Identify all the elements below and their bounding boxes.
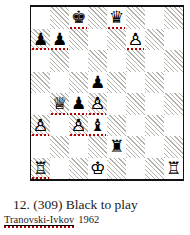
- white-queen-b4: ♕: [50, 93, 69, 115]
- square-a8: [31, 7, 50, 29]
- square-b3: [50, 115, 69, 137]
- square-g7: [145, 29, 164, 51]
- square-e3: [107, 115, 126, 137]
- black-pawn-d5: ♟: [88, 72, 107, 94]
- square-d8: [88, 7, 107, 29]
- white-pawn-f7: ♙: [126, 29, 145, 51]
- white-pawn-a3: ♙: [31, 115, 50, 137]
- white-king-d1: ♔: [88, 158, 107, 180]
- square-a2: [31, 136, 50, 158]
- black-pawn-b7: ♟: [50, 29, 69, 51]
- square-a5: [31, 72, 50, 94]
- square-d6: [88, 50, 107, 72]
- black-king-c8: ♚: [69, 7, 88, 29]
- square-d7: [88, 29, 107, 51]
- square-g5: [145, 72, 164, 94]
- square-h1: ♖: [164, 158, 183, 180]
- square-b6: [50, 50, 69, 72]
- black-pawn-c4: ♟: [69, 93, 88, 115]
- square-a3: ♙: [31, 115, 50, 137]
- square-e8: ♛: [107, 7, 126, 29]
- square-c4: ♟: [69, 93, 88, 115]
- square-c3: ♙: [69, 115, 88, 137]
- square-h7: [164, 29, 183, 51]
- square-h6: [164, 50, 183, 72]
- square-g1: [145, 158, 164, 180]
- square-d2: [88, 136, 107, 158]
- red-squiggle-a1: [32, 177, 49, 179]
- square-g3: [145, 115, 164, 137]
- square-f5: [126, 72, 145, 94]
- square-f2: [126, 136, 145, 158]
- square-b5: [50, 72, 69, 94]
- white-rook-h1: ♖: [164, 158, 183, 180]
- square-e2: ♜: [107, 136, 126, 158]
- square-b7: ♟: [50, 29, 69, 51]
- square-c8: ♚: [69, 7, 88, 29]
- square-f6: [126, 50, 145, 72]
- square-e6: [107, 50, 126, 72]
- players-names: Tranovski-Ivkov: [4, 214, 74, 226]
- square-h3: [164, 115, 183, 137]
- square-h2: [164, 136, 183, 158]
- square-g6: [145, 50, 164, 72]
- square-d4: ♙: [88, 93, 107, 115]
- square-h8: [164, 7, 183, 29]
- diagram-caption: 12. (309) Black to play: [0, 197, 190, 213]
- black-pawn-a7: ♟: [31, 29, 50, 51]
- square-f3: [126, 115, 145, 137]
- square-b4: ♕: [50, 93, 69, 115]
- square-f1: [126, 158, 145, 180]
- square-b2: [50, 136, 69, 158]
- square-h4: [164, 93, 183, 115]
- white-pawn-c3: ♙: [69, 115, 88, 137]
- game-reference: Tranovski-Ivkov1962: [4, 214, 99, 226]
- square-d3: ♝: [88, 115, 107, 137]
- black-rook-e2: ♜: [107, 136, 126, 158]
- white-rook-a1: ♖: [31, 158, 50, 180]
- square-a4: [31, 93, 50, 115]
- square-c5: [69, 72, 88, 94]
- square-b8: [50, 7, 69, 29]
- square-a1: ♖: [31, 158, 50, 180]
- square-f8: [126, 7, 145, 29]
- square-f4: [126, 93, 145, 115]
- square-e5: [107, 72, 126, 94]
- square-e4: [107, 93, 126, 115]
- square-c7: [69, 29, 88, 51]
- game-year: 1962: [78, 214, 99, 225]
- square-g2: [145, 136, 164, 158]
- square-c2: [69, 136, 88, 158]
- square-e1: [107, 158, 126, 180]
- square-h5: [164, 72, 183, 94]
- chess-board: ♚♛♟♟♙♟♕♟♙♙♙♝♜♖♔♖: [30, 5, 184, 181]
- square-c6: [69, 50, 88, 72]
- square-b1: [50, 158, 69, 180]
- square-g4: [145, 93, 164, 115]
- square-a7: ♟: [31, 29, 50, 51]
- square-d1: ♔: [88, 158, 107, 180]
- square-c1: [69, 158, 88, 180]
- black-bishop-d3: ♝: [88, 115, 107, 137]
- black-queen-e8: ♛: [107, 7, 126, 29]
- square-d5: ♟: [88, 72, 107, 94]
- square-e7: [107, 29, 126, 51]
- square-g8: [145, 7, 164, 29]
- square-a6: [31, 50, 50, 72]
- white-pawn-d4: ♙: [88, 93, 107, 115]
- square-f7: ♙: [126, 29, 145, 51]
